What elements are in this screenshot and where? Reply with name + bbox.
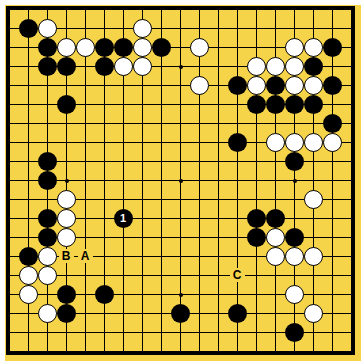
white-stone (38, 247, 57, 266)
black-stone (19, 247, 38, 266)
white-stone (19, 266, 38, 285)
white-stone (133, 38, 152, 57)
black-stone (228, 304, 247, 323)
white-stone (304, 304, 323, 323)
white-stone (57, 190, 76, 209)
white-stone (304, 76, 323, 95)
black-stone (228, 76, 247, 95)
black-stone (247, 228, 266, 247)
black-stone (247, 95, 266, 114)
black-stone (57, 95, 76, 114)
white-stone (38, 266, 57, 285)
white-stone (266, 228, 285, 247)
black-stone (323, 38, 342, 57)
black-stone (114, 38, 133, 57)
black-stone (95, 38, 114, 57)
star-point (179, 293, 183, 297)
black-stone (285, 228, 304, 247)
white-stone (57, 209, 76, 228)
grid-line-horizontal (9, 351, 352, 352)
white-stone (247, 57, 266, 76)
white-stone (38, 304, 57, 323)
black-stone (38, 38, 57, 57)
white-stone (247, 76, 266, 95)
black-stone (171, 304, 190, 323)
white-stone (19, 285, 38, 304)
white-stone (190, 76, 209, 95)
white-stone (323, 133, 342, 152)
black-stone (266, 95, 285, 114)
grid-line-vertical (351, 9, 352, 352)
label-C: C (230, 268, 245, 282)
white-stone (133, 19, 152, 38)
white-stone (57, 228, 76, 247)
white-stone (285, 76, 304, 95)
star-point (179, 65, 183, 69)
black-stone (38, 171, 57, 190)
white-stone (285, 285, 304, 304)
white-stone (114, 57, 133, 76)
white-stone (285, 133, 304, 152)
white-stone (304, 190, 323, 209)
black-stone (38, 152, 57, 171)
white-stone (285, 247, 304, 266)
black-stone (19, 19, 38, 38)
black-stone (95, 57, 114, 76)
star-point (293, 179, 297, 183)
white-stone (76, 38, 95, 57)
grid-line-vertical (332, 9, 333, 352)
go-board-screenshot: BAC1 (0, 0, 361, 361)
grid-line-horizontal (9, 275, 352, 276)
move-number: 1 (120, 213, 126, 224)
black-stone (285, 152, 304, 171)
grid-line-vertical (218, 9, 219, 352)
black-stone (266, 209, 285, 228)
go-board[interactable]: BAC1 (0, 0, 361, 361)
white-stone (304, 38, 323, 57)
black-stone (38, 57, 57, 76)
black-stone (323, 76, 342, 95)
white-stone (133, 57, 152, 76)
star-point (179, 179, 183, 183)
white-stone (190, 38, 209, 57)
white-stone (304, 133, 323, 152)
white-stone (266, 247, 285, 266)
black-stone-numbered: 1 (114, 209, 133, 228)
white-stone (304, 247, 323, 266)
black-stone (304, 57, 323, 76)
grid-line-vertical (237, 9, 238, 352)
black-stone (57, 304, 76, 323)
black-stone (266, 76, 285, 95)
black-stone (285, 323, 304, 342)
white-stone (266, 133, 285, 152)
black-stone (304, 95, 323, 114)
black-stone (228, 133, 247, 152)
black-stone (285, 95, 304, 114)
white-stone (285, 57, 304, 76)
star-point (65, 179, 69, 183)
white-stone (38, 19, 57, 38)
white-stone (285, 38, 304, 57)
black-stone (57, 57, 76, 76)
black-stone (95, 285, 114, 304)
label-B: B (59, 249, 74, 263)
black-stone (38, 228, 57, 247)
black-stone (57, 285, 76, 304)
black-stone (152, 38, 171, 57)
label-A: A (78, 249, 93, 263)
white-stone (57, 38, 76, 57)
black-stone (38, 209, 57, 228)
grid-line-vertical (199, 9, 200, 352)
black-stone (247, 209, 266, 228)
black-stone (323, 114, 342, 133)
white-stone (266, 57, 285, 76)
